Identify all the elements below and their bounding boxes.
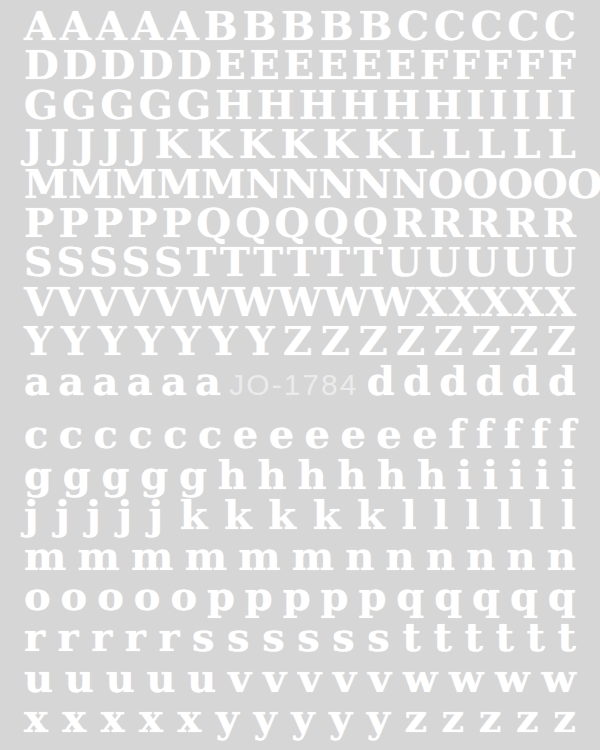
letter-sticker: Y	[24, 321, 53, 360]
letter-sticker: S	[57, 242, 86, 281]
letter-sticker: M	[24, 164, 68, 203]
letter-sticker: o	[134, 576, 161, 617]
letter-sticker: W	[370, 282, 415, 321]
letter-sticker: k	[357, 495, 385, 536]
sticker-sheet: AAAAABBBBBCCCCCDDDDDEEEEEEFFFFFGGGGGHHHH…	[0, 0, 600, 750]
letter-sticker: a	[161, 361, 187, 402]
letter-sticker: N	[282, 164, 319, 203]
letter-sticker: m	[78, 536, 120, 577]
letter-sticker: F	[548, 45, 576, 84]
letter-sticker: t	[495, 617, 513, 658]
sticker-row: aaaaaaJO-1784dddddd	[24, 361, 576, 402]
letter-sticker: D	[139, 45, 174, 84]
letter-sticker: x	[101, 698, 125, 739]
letter-sticker: I	[466, 85, 485, 124]
letter-sticker: a	[24, 361, 50, 402]
letter-sticker: K	[365, 124, 400, 163]
letter-sticker: d	[439, 361, 467, 402]
letter-sticker: u	[106, 658, 135, 699]
letter-sticker: z	[442, 698, 465, 739]
letter-sticker: c	[128, 414, 152, 455]
sticker-row: ooooopppppqqqqq	[24, 576, 576, 617]
letter-sticker: C	[434, 6, 466, 45]
letter-sticker: Q	[235, 203, 270, 242]
letter-sticker: j	[86, 495, 100, 536]
letter-sticker: f	[559, 414, 576, 455]
letter-sticker: w	[449, 658, 483, 699]
letter-sticker: p	[283, 576, 311, 617]
sticker-row: mmmmmmnnnnnn	[24, 536, 576, 577]
letter-sticker: R	[467, 203, 500, 242]
letter-sticker: l	[497, 495, 512, 536]
letter-sticker: X	[448, 282, 479, 321]
letter-sticker: v	[263, 658, 286, 699]
letter-sticker: W	[324, 282, 369, 321]
letter-sticker: X	[545, 282, 576, 321]
letter-sticker: C	[397, 6, 429, 45]
letter-sticker: s	[262, 617, 285, 658]
letter-sticker: o	[170, 576, 197, 617]
letter-sticker: P	[127, 203, 157, 242]
letter-sticker: E	[352, 45, 383, 84]
letter-sticker: y	[367, 698, 390, 739]
letter-sticker: G	[100, 85, 134, 124]
letter-sticker: J	[24, 124, 43, 163]
letter-sticker: p	[245, 576, 273, 617]
sticker-row: uuuuuvvvvvwwww	[24, 658, 576, 699]
letter-sticker: n	[345, 536, 374, 577]
letter-sticker: t	[402, 617, 420, 658]
letter-sticker: j	[117, 495, 131, 536]
letter-sticker: e	[376, 414, 401, 455]
letter-sticker: Z	[471, 321, 500, 360]
sticker-row: rrrrrsssssstttttt	[24, 617, 576, 658]
sticker-row: ggggghhhhhhiiiii	[24, 455, 576, 496]
letter-sticker: Z	[547, 321, 576, 360]
letter-sticker: k	[180, 495, 208, 536]
sticker-row: JJJJJKKKKKKLLLLL	[24, 124, 576, 163]
letter-sticker: c	[59, 414, 83, 455]
letter-sticker: m	[24, 536, 66, 577]
letter-sticker: O	[428, 164, 463, 203]
letter-sticker: t	[558, 617, 576, 658]
letter-sticker: Y	[172, 321, 201, 360]
letter-sticker: g	[63, 455, 91, 496]
letter-sticker: s	[332, 617, 355, 658]
sticker-row: YYYYYYYZZZZZZZZ	[24, 321, 576, 360]
letter-sticker: e	[412, 414, 437, 455]
letter-sticker: Y	[246, 321, 275, 360]
letter-sticker: A	[60, 6, 91, 45]
letter-sticker: z	[479, 698, 502, 739]
letter-sticker: B	[204, 6, 238, 45]
sticker-row: PPPPPQQQQQRRRRR	[24, 203, 576, 242]
letter-sticker: C	[507, 6, 539, 45]
letter-sticker: H	[257, 85, 295, 124]
letter-sticker: X	[416, 282, 447, 321]
letter-sticker: v	[368, 658, 391, 699]
letter-sticker: z	[404, 698, 427, 739]
letter-sticker: n	[507, 536, 536, 577]
letter-sticker: d	[512, 361, 540, 402]
letter-sticker: d	[548, 361, 576, 402]
letter-sticker: t	[464, 617, 482, 658]
letter-sticker: a	[58, 361, 84, 402]
letter-sticker: d	[403, 361, 431, 402]
letter-sticker: Z	[509, 321, 538, 360]
letter-sticker: M	[113, 164, 157, 203]
letter-sticker: i	[561, 455, 576, 496]
letter-sticker: A	[96, 6, 127, 45]
letter-sticker: I	[512, 85, 531, 124]
letter-sticker: I	[557, 85, 576, 124]
letter-sticker: m	[292, 536, 334, 577]
letter-sticker: h	[417, 455, 446, 496]
letter-sticker: p	[358, 576, 386, 617]
letter-sticker: s	[297, 617, 320, 658]
letter-sticker: l	[561, 495, 576, 536]
letter-sticker: u	[65, 658, 94, 699]
letter-sticker: h	[337, 455, 366, 496]
letter-sticker: k	[268, 495, 296, 536]
sticker-row: DDDDDEEEEEEFFFFF	[24, 45, 576, 84]
letter-sticker: U	[464, 242, 499, 281]
letter-sticker: S	[89, 242, 118, 281]
letter-sticker: g	[140, 455, 168, 496]
letter-sticker: P	[24, 203, 54, 242]
letter-sticker: e	[269, 414, 294, 455]
letter-sticker: Q	[275, 203, 310, 242]
letter-sticker: U	[502, 242, 537, 281]
letter-sticker: L	[477, 124, 505, 163]
letter-sticker: f	[531, 414, 548, 455]
letter-sticker: R	[430, 203, 463, 242]
letter-sticker: Z	[396, 321, 425, 360]
letter-sticker: Y	[98, 321, 127, 360]
letter-sticker: F	[516, 45, 544, 84]
letter-sticker: h	[258, 455, 287, 496]
letter-sticker: G	[177, 85, 211, 124]
letter-sticker: t	[433, 617, 451, 658]
letter-sticker: T	[287, 242, 317, 281]
letter-sticker: x	[139, 698, 163, 739]
letter-sticker: x	[24, 698, 48, 739]
letter-sticker: T	[187, 242, 217, 281]
letter-sticker: V	[153, 282, 184, 321]
letter-sticker: K	[155, 124, 190, 163]
letter-sticker: C	[471, 6, 503, 45]
letter-sticker: c	[94, 414, 118, 455]
letter-sticker: j	[149, 495, 163, 536]
letter-sticker: N	[245, 164, 282, 203]
letter-sticker: X	[480, 282, 511, 321]
letter-sticker: P	[93, 203, 123, 242]
letter-sticker: y	[291, 698, 314, 739]
letter-sticker: u	[187, 658, 216, 699]
letter-sticker: H	[341, 85, 379, 124]
letter-sticker: W	[185, 282, 230, 321]
letter-sticker: B	[281, 6, 315, 45]
letter-sticker: p	[207, 576, 235, 617]
letter-sticker: T	[354, 242, 384, 281]
sticker-row: AAAAABBBBBCCCCC	[24, 6, 576, 45]
letter-sticker: k	[224, 495, 252, 536]
letter-sticker: S	[154, 242, 183, 281]
letter-sticker: u	[24, 658, 53, 699]
letter-sticker: c	[163, 414, 187, 455]
letter-sticker: H	[382, 85, 420, 124]
letter-sticker: d	[475, 361, 503, 402]
letter-sticker: r	[58, 617, 79, 658]
letter-sticker: s	[227, 617, 250, 658]
letter-sticker: j	[55, 495, 69, 536]
letter-sticker: n	[466, 536, 495, 577]
letter-sticker: G	[139, 85, 173, 124]
letter-sticker: V	[24, 282, 55, 321]
letter-sticker: y	[216, 698, 239, 739]
letter-sticker: c	[24, 414, 48, 455]
letter-sticker: E	[386, 45, 417, 84]
letter-sticker: g	[101, 455, 129, 496]
letter-sticker: o	[97, 576, 124, 617]
letter-sticker: O	[568, 164, 600, 203]
sticker-row: jjjjjkkkkkllllll	[24, 495, 576, 536]
letter-sticker: U	[387, 242, 422, 281]
letter-sticker: E	[317, 45, 348, 84]
letter-sticker: V	[56, 282, 87, 321]
letter-sticker: w	[541, 658, 575, 699]
letter-sticker: g	[179, 455, 207, 496]
letter-sticker: J	[50, 124, 69, 163]
letter-sticker: l	[529, 495, 544, 536]
letter-sticker: I	[534, 85, 553, 124]
letter-sticker: i	[535, 455, 550, 496]
letter-sticker: e	[233, 414, 258, 455]
letter-sticker: N	[319, 164, 356, 203]
letter-sticker: N	[355, 164, 392, 203]
letter-sticker: x	[177, 698, 201, 739]
letter-sticker: R	[392, 203, 425, 242]
letter-sticker: w	[495, 658, 529, 699]
letter-sticker: D	[177, 45, 212, 84]
letter-sticker: F	[452, 45, 480, 84]
letter-sticker: s	[192, 617, 215, 658]
letter-sticker: Q	[353, 203, 388, 242]
letter-sticker: l	[433, 495, 448, 536]
letter-sticker: e	[340, 414, 365, 455]
letter-sticker: U	[425, 242, 460, 281]
letter-sticker: K	[239, 124, 274, 163]
letter-sticker: H	[424, 85, 462, 124]
letter-sticker: R	[543, 203, 576, 242]
letter-sticker: q	[434, 576, 462, 617]
letter-sticker: S	[122, 242, 151, 281]
letter-sticker: G	[62, 85, 96, 124]
letter-sticker: E	[249, 45, 280, 84]
letter-sticker: Y	[209, 321, 238, 360]
letter-sticker: h	[218, 455, 247, 496]
letter-sticker: g	[24, 455, 52, 496]
product-code: JO-1784	[229, 365, 358, 406]
letter-sticker: V	[89, 282, 120, 321]
letter-sticker: X	[513, 282, 544, 321]
letter-sticker: K	[323, 124, 358, 163]
letter-sticker: m	[185, 536, 227, 577]
letter-sticker: L	[407, 124, 435, 163]
letter-sticker: h	[297, 455, 326, 496]
letter-sticker: v	[298, 658, 321, 699]
letter-sticker: l	[465, 495, 480, 536]
letter-sticker: W	[278, 282, 323, 321]
letter-sticker: M	[157, 164, 201, 203]
letter-sticker: l	[401, 495, 416, 536]
letter-sticker: i	[483, 455, 498, 496]
letter-sticker: t	[526, 617, 544, 658]
letter-sticker: E	[283, 45, 314, 84]
letter-sticker: q	[510, 576, 538, 617]
letter-sticker: M	[68, 164, 112, 203]
letter-sticker: Y	[135, 321, 164, 360]
letter-sticker: y	[253, 698, 276, 739]
letter-sticker: B	[359, 6, 393, 45]
letter-sticker: v	[333, 658, 356, 699]
letter-sticker: D	[62, 45, 97, 84]
letter-sticker: a	[127, 361, 153, 402]
letter-sticker: L	[442, 124, 470, 163]
letter-sticker: A	[24, 6, 55, 45]
letter-sticker: F	[484, 45, 512, 84]
letter-sticker: Y	[61, 321, 90, 360]
letter-sticker: Q	[314, 203, 349, 242]
letter-sticker: m	[238, 536, 280, 577]
letter-sticker: K	[281, 124, 316, 163]
letter-sticker: T	[253, 242, 283, 281]
letter-sticker: n	[386, 536, 415, 577]
letter-sticker: Z	[358, 321, 387, 360]
letter-sticker: Z	[434, 321, 463, 360]
letter-sticker: P	[58, 203, 88, 242]
letter-sticker: P	[162, 203, 192, 242]
letter-sticker: d	[367, 361, 395, 402]
letter-sticker: K	[197, 124, 232, 163]
letter-sticker: U	[541, 242, 576, 281]
letter-sticker: J	[129, 124, 148, 163]
letter-sticker: R	[505, 203, 538, 242]
letter-sticker: N	[392, 164, 429, 203]
letter-sticker: A	[132, 6, 163, 45]
letter-sticker: h	[377, 455, 406, 496]
letter-sticker: f	[448, 414, 465, 455]
letter-sticker: Z	[321, 321, 350, 360]
letter-sticker: a	[92, 361, 118, 402]
letter-sticker: z	[516, 698, 539, 739]
letter-sticker: A	[168, 6, 199, 45]
sticker-row: GGGGGHHHHHHIIIII	[24, 85, 576, 124]
letter-sticker: D	[24, 45, 59, 84]
letter-sticker: q	[396, 576, 424, 617]
letter-sticker: Q	[196, 203, 231, 242]
sticker-row: VVVVVWWWWWXXXXX	[24, 282, 576, 321]
letter-sticker: F	[420, 45, 448, 84]
letter-sticker: c	[198, 414, 222, 455]
letter-sticker: L	[513, 124, 541, 163]
sticker-row: MMMMMNNNNNOOOOO	[24, 164, 576, 203]
letter-sticker: D	[101, 45, 136, 84]
letter-sticker: G	[24, 85, 58, 124]
letter-sticker: i	[509, 455, 524, 496]
letter-sticker: n	[426, 536, 455, 577]
letter-sticker: L	[548, 124, 576, 163]
letter-sticker: Z	[283, 321, 312, 360]
letter-sticker: T	[320, 242, 350, 281]
letter-sticker: o	[61, 576, 88, 617]
letter-sticker: C	[544, 6, 576, 45]
letter-sticker: O	[463, 164, 498, 203]
letter-sticker: r	[125, 617, 146, 658]
letter-sticker: H	[299, 85, 337, 124]
letter-sticker: e	[305, 414, 330, 455]
letter-sticker: O	[498, 164, 533, 203]
letter-sticker: T	[220, 242, 250, 281]
letter-sticker: H	[215, 85, 253, 124]
letter-sticker: o	[24, 576, 51, 617]
letter-sticker: v	[228, 658, 251, 699]
letter-sticker: J	[76, 124, 95, 163]
letter-sticker: y	[329, 698, 352, 739]
letter-sticker: W	[231, 282, 276, 321]
letter-sticker: s	[367, 617, 390, 658]
letter-sticker: r	[91, 617, 112, 658]
letter-sticker: k	[313, 495, 341, 536]
letter-sticker: a	[195, 361, 221, 402]
letter-sticker: I	[489, 85, 508, 124]
letter-sticker: r	[24, 617, 45, 658]
letter-sticker: j	[24, 495, 38, 536]
letter-sticker: B	[242, 6, 276, 45]
letter-sticker: z	[553, 698, 576, 739]
letter-sticker: M	[201, 164, 245, 203]
letter-sticker: n	[547, 536, 576, 577]
letter-sticker: E	[215, 45, 246, 84]
sticker-row: cccccceeeeeefffff	[24, 414, 576, 455]
letter-sticker: f	[476, 414, 493, 455]
letter-sticker: u	[146, 658, 175, 699]
letter-sticker: p	[321, 576, 349, 617]
letter-sticker: B	[320, 6, 354, 45]
letter-sticker: q	[548, 576, 576, 617]
letter-sticker: O	[533, 164, 568, 203]
letter-sticker: i	[457, 455, 472, 496]
letter-sticker: S	[24, 242, 53, 281]
letter-sticker: r	[158, 617, 179, 658]
letter-sticker: x	[62, 698, 86, 739]
letter-sticker: f	[503, 414, 520, 455]
sticker-row: SSSSSTTTTTTUUUUU	[24, 242, 576, 281]
letter-sticker: w	[403, 658, 437, 699]
letter-sticker: V	[121, 282, 152, 321]
sticker-row: xxxxxyyyyyzzzzz	[24, 698, 576, 739]
letter-sticker: q	[472, 576, 500, 617]
letter-sticker: J	[102, 124, 121, 163]
letter-sticker: m	[131, 536, 173, 577]
